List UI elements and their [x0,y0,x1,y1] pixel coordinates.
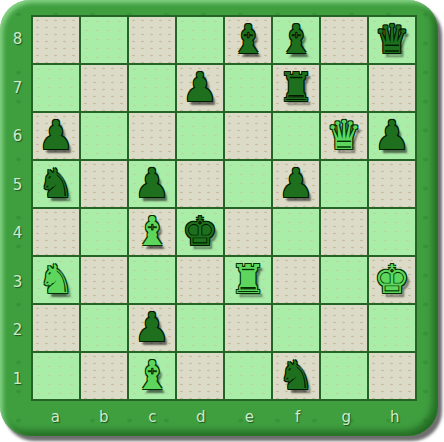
file-label-d: d [177,403,226,431]
square-h5[interactable] [369,161,415,207]
piece-black-king[interactable]: ♚ [182,211,218,251]
piece-black-pawn[interactable]: ♟ [38,115,74,155]
rank-label-2: 2 [4,306,31,355]
square-e1[interactable] [225,353,271,399]
piece-white-king[interactable]: ♚ [374,259,410,299]
square-c7[interactable] [129,65,175,111]
square-d7[interactable]: ♟ [177,65,223,111]
square-e5[interactable] [225,161,271,207]
piece-white-knight[interactable]: ♞ [38,259,74,299]
square-g3[interactable] [321,257,367,303]
piece-black-pawn[interactable]: ♟ [278,163,314,203]
square-h2[interactable] [369,305,415,351]
square-a4[interactable] [33,209,79,255]
file-label-h: h [371,403,420,431]
square-e6[interactable] [225,113,271,159]
piece-black-knight[interactable]: ♞ [278,355,314,395]
square-g4[interactable] [321,209,367,255]
square-h6[interactable]: ♟ [369,113,415,159]
square-f7[interactable]: ♜ [273,65,319,111]
square-e2[interactable] [225,305,271,351]
rank-labels: 87654321 [4,15,31,403]
square-b5[interactable] [81,161,127,207]
square-a2[interactable] [33,305,79,351]
square-c4[interactable]: ♝ [129,209,175,255]
piece-black-queen[interactable]: ♛ [374,19,410,59]
square-a6[interactable]: ♟ [33,113,79,159]
square-e8[interactable]: ♝ [225,17,271,63]
square-g1[interactable] [321,353,367,399]
rank-label-4: 4 [4,209,31,258]
piece-white-bishop[interactable]: ♝ [134,211,170,251]
square-d3[interactable] [177,257,223,303]
piece-black-pawn[interactable]: ♟ [134,163,170,203]
file-label-e: e [225,403,274,431]
square-d6[interactable] [177,113,223,159]
piece-black-rook[interactable]: ♜ [278,67,314,107]
square-a3[interactable]: ♞ [33,257,79,303]
square-a7[interactable] [33,65,79,111]
square-h4[interactable] [369,209,415,255]
square-g8[interactable] [321,17,367,63]
square-d1[interactable] [177,353,223,399]
piece-white-rook[interactable]: ♜ [230,259,266,299]
piece-black-pawn[interactable]: ♟ [134,307,170,347]
piece-black-bishop[interactable]: ♝ [278,19,314,59]
piece-black-pawn[interactable]: ♟ [374,115,410,155]
square-b6[interactable] [81,113,127,159]
rank-label-6: 6 [4,112,31,161]
piece-black-knight[interactable]: ♞ [38,163,74,203]
square-b3[interactable] [81,257,127,303]
square-h8[interactable]: ♛ [369,17,415,63]
square-f3[interactable] [273,257,319,303]
square-a1[interactable] [33,353,79,399]
square-c8[interactable] [129,17,175,63]
square-c6[interactable] [129,113,175,159]
square-e4[interactable] [225,209,271,255]
square-h1[interactable] [369,353,415,399]
square-d8[interactable] [177,17,223,63]
square-f1[interactable]: ♞ [273,353,319,399]
square-e7[interactable] [225,65,271,111]
square-b8[interactable] [81,17,127,63]
square-e3[interactable]: ♜ [225,257,271,303]
square-g6[interactable]: ♛ [321,113,367,159]
square-b7[interactable] [81,65,127,111]
square-f2[interactable] [273,305,319,351]
square-a5[interactable]: ♞ [33,161,79,207]
rank-label-8: 8 [4,15,31,64]
file-label-b: b [80,403,129,431]
square-c2[interactable]: ♟ [129,305,175,351]
square-d4[interactable]: ♚ [177,209,223,255]
square-f4[interactable] [273,209,319,255]
square-f5[interactable]: ♟ [273,161,319,207]
square-b1[interactable] [81,353,127,399]
square-a8[interactable] [33,17,79,63]
square-c1[interactable]: ♝ [129,353,175,399]
rank-label-3: 3 [4,258,31,307]
chess-app-window: 87654321 ♝♝♛♟♜♟♛♟♞♟♟♝♚♞♜♚♟♝♞ abcdefgh [0,0,444,442]
rank-label-1: 1 [4,355,31,404]
square-g2[interactable] [321,305,367,351]
piece-black-pawn[interactable]: ♟ [182,67,218,107]
square-d2[interactable] [177,305,223,351]
file-label-f: f [274,403,323,431]
square-b2[interactable] [81,305,127,351]
square-b4[interactable] [81,209,127,255]
square-f6[interactable] [273,113,319,159]
square-c5[interactable]: ♟ [129,161,175,207]
square-h7[interactable] [369,65,415,111]
chess-board[interactable]: ♝♝♛♟♜♟♛♟♞♟♟♝♚♞♜♚♟♝♞ [31,15,417,401]
square-g5[interactable] [321,161,367,207]
file-label-a: a [31,403,80,431]
square-h3[interactable]: ♚ [369,257,415,303]
file-label-c: c [128,403,177,431]
piece-white-bishop[interactable]: ♝ [134,355,170,395]
piece-black-bishop[interactable]: ♝ [230,19,266,59]
piece-white-queen[interactable]: ♛ [326,115,362,155]
square-d5[interactable] [177,161,223,207]
file-labels: abcdefgh [31,403,419,431]
square-c3[interactable] [129,257,175,303]
rank-label-7: 7 [4,64,31,113]
square-g7[interactable] [321,65,367,111]
rank-label-5: 5 [4,161,31,210]
square-f8[interactable]: ♝ [273,17,319,63]
file-label-g: g [322,403,371,431]
